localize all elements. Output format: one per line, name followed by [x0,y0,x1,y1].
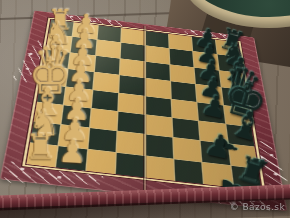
black-pawn: ♟ [203,129,236,165]
white-pawn: ♟ [57,135,87,169]
chess-board: ♜♞♝♛♚♝♞♜♟♟♟♟♟♟♟♟♟♟♟♟♟♟♟♟♜♞♝♛♚♝♞♜ [0,10,288,211]
white-rook: ♜ [26,129,57,164]
listing-photo: ♜♞♝♛♚♝♞♜♟♟♟♟♟♟♟♟♟♟♟♟♟♟♟♟♜♞♝♛♚♝♞♜ © Bazos… [0,0,290,218]
watermark: © Bazos.sk [230,202,285,212]
